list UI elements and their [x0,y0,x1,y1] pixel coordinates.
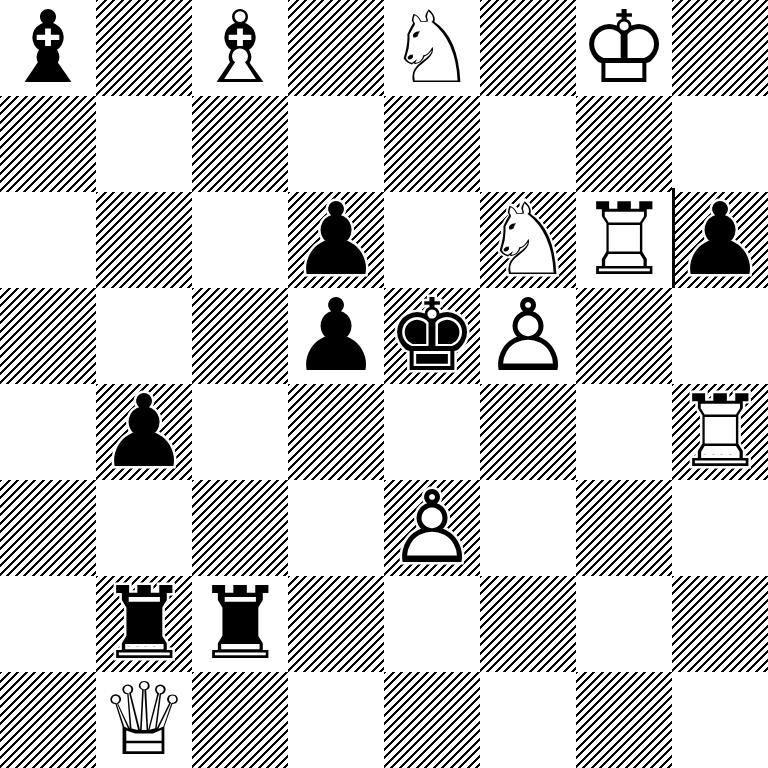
piece-white-rook[interactable]: ♜♖ [672,384,768,480]
piece-white-bishop[interactable]: ♝♗ [192,0,288,96]
square-a6[interactable] [0,192,96,288]
black-pawn-icon: ♟ [672,192,768,288]
piece-white-pawn[interactable]: ♟♙ [384,480,480,576]
square-e2[interactable] [384,576,480,672]
square-f8[interactable] [480,0,576,96]
square-c3[interactable] [192,480,288,576]
square-g7[interactable] [576,96,672,192]
square-f5[interactable]: ♟♙ [480,288,576,384]
square-c1[interactable] [192,672,288,768]
black-pawn-icon: ♟ [288,288,384,384]
square-c7[interactable] [192,96,288,192]
square-c6[interactable] [192,192,288,288]
square-a7[interactable] [0,96,96,192]
square-a2[interactable] [0,576,96,672]
black-rook-icon: ♜ [192,576,288,672]
square-c2[interactable]: ♜♜ [192,576,288,672]
square-h1[interactable] [672,672,768,768]
square-f1[interactable] [480,672,576,768]
square-c5[interactable] [192,288,288,384]
square-g2[interactable] [576,576,672,672]
white-knight-icon: ♘ [384,0,480,96]
square-h8[interactable] [672,0,768,96]
piece-white-knight[interactable]: ♞♘ [384,0,480,96]
square-d5[interactable]: ♟♟ [288,288,384,384]
white-king-icon: ♔ [576,0,672,96]
square-e3[interactable]: ♟♙ [384,480,480,576]
square-g1[interactable] [576,672,672,768]
square-c8[interactable]: ♝♗ [192,0,288,96]
square-h3[interactable] [672,480,768,576]
piece-white-king[interactable]: ♚♔ [576,0,672,96]
piece-black-bishop[interactable]: ♝♝ [0,0,96,96]
square-g6[interactable]: ♜♖ [576,192,672,288]
white-rook-icon: ♖ [576,192,672,288]
square-f4[interactable] [480,384,576,480]
square-b7[interactable] [96,96,192,192]
white-bishop-icon: ♗ [192,0,288,96]
square-f2[interactable] [480,576,576,672]
chess-board: ♝♝♝♗♞♘♚♔♟♟♞♘♜♖♟♟♟♟♚♚♟♙♟♟♜♖♟♙♜♜♜♜♛♕ [0,0,768,768]
black-pawn-icon: ♟ [96,384,192,480]
square-b2[interactable]: ♜♜ [96,576,192,672]
square-d2[interactable] [288,576,384,672]
square-h6[interactable]: ♟♟ [672,192,768,288]
piece-black-pawn[interactable]: ♟♟ [288,192,384,288]
square-h4[interactable]: ♜♖ [672,384,768,480]
piece-black-rook[interactable]: ♜♜ [96,576,192,672]
square-g3[interactable] [576,480,672,576]
square-d3[interactable] [288,480,384,576]
square-h5[interactable] [672,288,768,384]
piece-black-king[interactable]: ♚♚ [384,288,480,384]
square-b6[interactable] [96,192,192,288]
square-e5[interactable]: ♚♚ [384,288,480,384]
piece-white-rook[interactable]: ♜♖ [576,192,672,288]
square-e6[interactable] [384,192,480,288]
square-d4[interactable] [288,384,384,480]
piece-black-pawn[interactable]: ♟♟ [672,192,768,288]
piece-white-pawn[interactable]: ♟♙ [480,288,576,384]
piece-black-rook[interactable]: ♜♜ [192,576,288,672]
square-a3[interactable] [0,480,96,576]
square-g5[interactable] [576,288,672,384]
black-pawn-icon: ♟ [288,192,384,288]
white-knight-icon: ♘ [480,192,576,288]
square-e8[interactable]: ♞♘ [384,0,480,96]
square-a4[interactable] [0,384,96,480]
white-pawn-icon: ♙ [480,288,576,384]
square-a8[interactable]: ♝♝ [0,0,96,96]
square-e7[interactable] [384,96,480,192]
square-g4[interactable] [576,384,672,480]
square-b1[interactable]: ♛♕ [96,672,192,768]
square-b3[interactable] [96,480,192,576]
white-rook-icon: ♖ [672,384,768,480]
black-bishop-icon: ♝ [0,0,96,96]
white-queen-icon: ♕ [96,672,192,768]
piece-white-knight[interactable]: ♞♘ [480,192,576,288]
black-king-icon: ♚ [384,288,480,384]
square-f3[interactable] [480,480,576,576]
square-e1[interactable] [384,672,480,768]
square-b8[interactable] [96,0,192,96]
square-g8[interactable]: ♚♔ [576,0,672,96]
piece-black-pawn[interactable]: ♟♟ [288,288,384,384]
square-e4[interactable] [384,384,480,480]
black-rook-icon: ♜ [96,576,192,672]
square-f7[interactable] [480,96,576,192]
piece-white-queen[interactable]: ♛♕ [96,672,192,768]
square-h7[interactable] [672,96,768,192]
piece-black-pawn[interactable]: ♟♟ [96,384,192,480]
white-pawn-icon: ♙ [384,480,480,576]
square-a5[interactable] [0,288,96,384]
square-d8[interactable] [288,0,384,96]
square-d6[interactable]: ♟♟ [288,192,384,288]
square-f6[interactable]: ♞♘ [480,192,576,288]
square-b4[interactable]: ♟♟ [96,384,192,480]
square-c4[interactable] [192,384,288,480]
square-d1[interactable] [288,672,384,768]
square-a1[interactable] [0,672,96,768]
square-h2[interactable] [672,576,768,672]
square-d7[interactable] [288,96,384,192]
square-b5[interactable] [96,288,192,384]
